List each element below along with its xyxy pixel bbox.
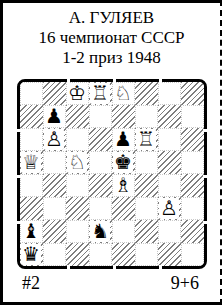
square-e8: ♘ [112,82,135,105]
event-name: 16 чемпионат СССР [3,28,220,48]
square-d5 [89,151,112,174]
square-c1 [66,243,89,266]
white-pawn-b6: ♙ [44,129,64,150]
square-c3 [66,197,89,220]
award-text: 1-2 приз 1948 [3,48,220,68]
white-queen-a5: ♕ [21,152,41,173]
square-h1 [181,243,204,266]
chess-problem-card: А. ГУЛЯЕВ 16 чемпионат СССР 1-2 приз 194… [0,0,222,305]
material-count: 9+6 [171,272,199,294]
square-e4: ♗ [112,174,135,197]
white-knight-c5: ♘ [67,152,87,173]
stipulation: #2 [22,272,40,294]
square-f4 [135,174,158,197]
border-tick [67,265,70,269]
square-a6 [20,128,43,151]
black-pawn-b7: ♟ [44,106,64,127]
border-tick [159,265,162,269]
square-a8 [20,82,43,105]
square-b5 [43,151,66,174]
border-tick [203,221,207,224]
square-g4 [158,174,181,197]
square-g2 [158,220,181,243]
composer-name: А. ГУЛЯЕВ [3,8,220,28]
square-c7 [66,105,89,128]
square-f2 [135,220,158,243]
square-h2 [181,220,204,243]
square-f8 [135,82,158,105]
square-f3 [135,197,158,220]
border-tick [113,265,116,269]
white-pawn-g3: ♙ [159,198,179,219]
square-c6 [66,128,89,151]
border-tick [67,79,70,83]
border-tick [159,79,162,83]
caption: #2 9+6 [3,269,220,294]
black-bishop-a2: ♝ [21,221,41,242]
square-b8 [43,82,66,105]
square-g1 [158,243,181,266]
square-e2 [112,220,135,243]
white-rook-d8: ♖ [90,83,110,104]
square-d6 [89,128,112,151]
square-e1 [112,243,135,266]
square-e7 [112,105,135,128]
square-b3 [43,197,66,220]
square-c5: ♘ [66,151,89,174]
square-d8: ♖ [89,82,112,105]
white-king-c8: ♔ [67,83,87,104]
square-g5 [158,151,181,174]
border-tick [203,129,207,132]
black-queen-a1: ♛ [21,244,41,265]
square-b1 [43,243,66,266]
square-e3 [112,197,135,220]
square-f1 [135,243,158,266]
black-knight-d2: ♞ [90,221,110,242]
border-tick [17,175,21,178]
square-a1: ♛ [20,243,43,266]
black-king-e5: ♚ [113,152,133,173]
square-b2 [43,220,66,243]
square-a2: ♝ [20,220,43,243]
square-a3 [20,197,43,220]
square-c4 [66,174,89,197]
border-tick [17,129,21,132]
square-f6: ♖ [135,128,158,151]
square-d1 [89,243,112,266]
header: А. ГУЛЯЕВ 16 чемпионат СССР 1-2 приз 194… [3,3,220,68]
square-a7 [20,105,43,128]
chess-board: ♔♖♘♟♙♟♖♕♘♚♗♙♝♞♛ [20,82,204,266]
square-d2: ♞ [89,220,112,243]
black-pawn-e6: ♟ [113,129,133,150]
square-e5: ♚ [112,151,135,174]
white-rook-f6: ♖ [136,129,156,150]
white-knight-e8: ♘ [113,83,133,104]
square-g7 [158,105,181,128]
square-h3 [181,197,204,220]
border-tick [203,175,207,178]
white-bishop-e4: ♗ [113,175,133,196]
square-e6: ♟ [112,128,135,151]
square-h5 [181,151,204,174]
border-tick [113,79,116,83]
square-c2 [66,220,89,243]
border-tick [17,221,21,224]
square-b6: ♙ [43,128,66,151]
square-h6 [181,128,204,151]
square-g6 [158,128,181,151]
square-c8: ♔ [66,82,89,105]
square-d3 [89,197,112,220]
square-f5 [135,151,158,174]
square-d7 [89,105,112,128]
square-f7 [135,105,158,128]
square-h4 [181,174,204,197]
square-g8 [158,82,181,105]
board-frame: ♔♖♘♟♙♟♖♕♘♚♗♙♝♞♛ [17,79,207,269]
square-h8 [181,82,204,105]
square-a5: ♕ [20,151,43,174]
square-h7 [181,105,204,128]
square-b7: ♟ [43,105,66,128]
square-g3: ♙ [158,197,181,220]
square-a4 [20,174,43,197]
square-b4 [43,174,66,197]
square-d4 [89,174,112,197]
